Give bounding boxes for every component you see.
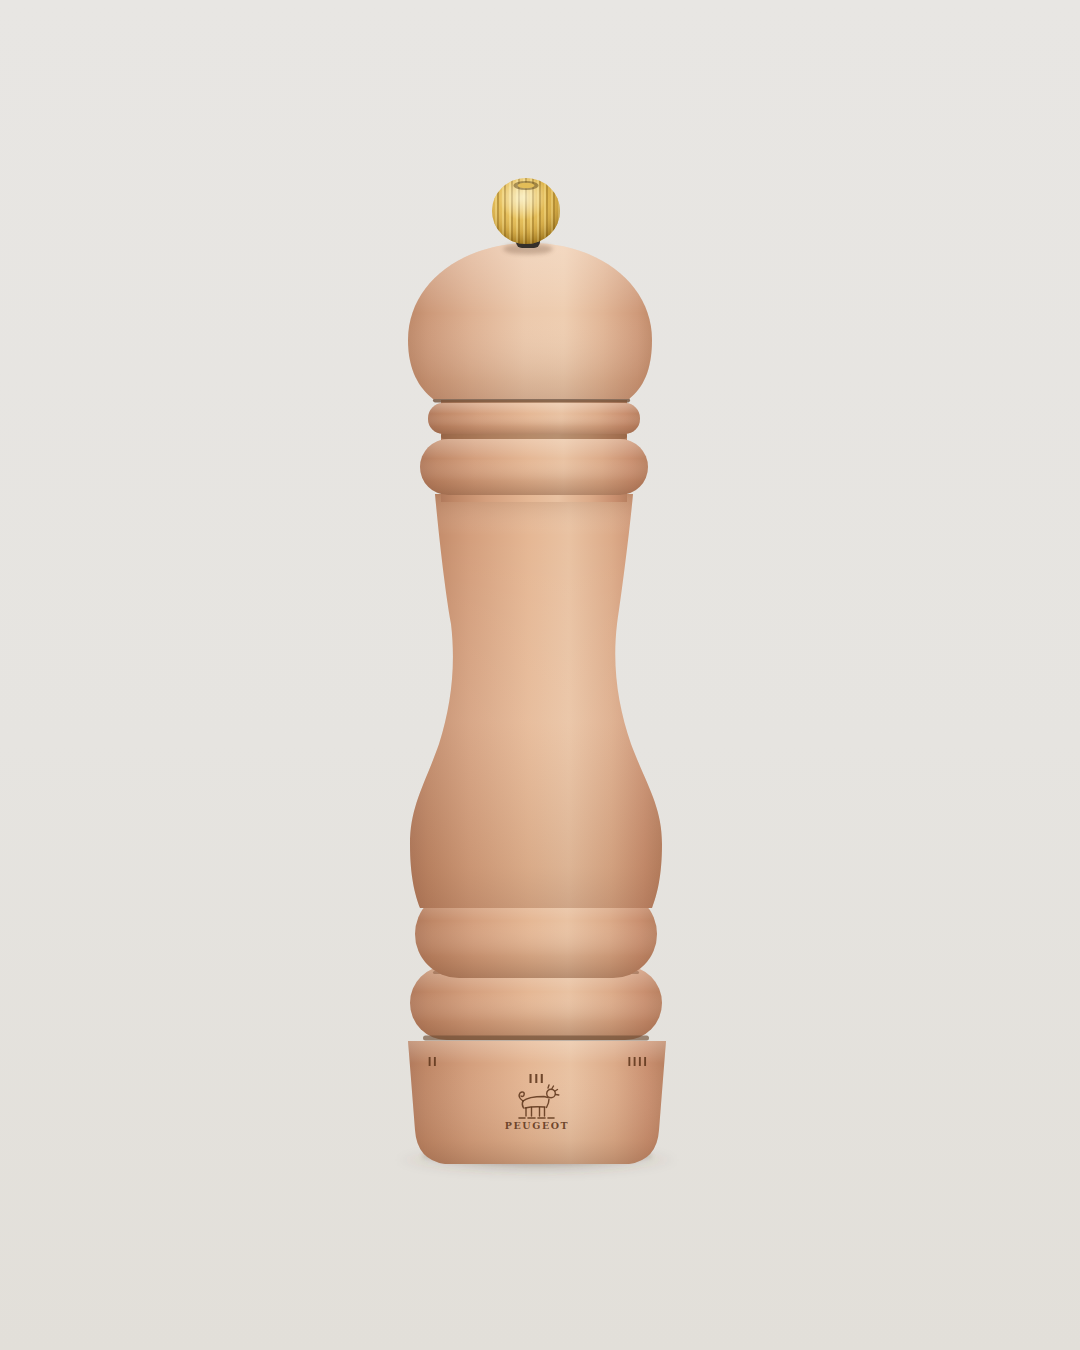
peugeot-lion-icon [511, 1084, 563, 1122]
mill-head [408, 243, 652, 399]
grinder-knob [492, 178, 560, 244]
mill-body [410, 494, 662, 908]
base-seam [423, 1036, 649, 1041]
brand-wordmark: PEUGEOT [477, 1120, 597, 1131]
mill-neck-rings [420, 400, 648, 502]
product-photo: II III IIII PEUGEOT [0, 0, 1080, 1350]
pepper-mill [385, 172, 685, 1182]
grind-mark-right: IIII [616, 1055, 660, 1068]
grind-mark-left: II [413, 1055, 453, 1068]
